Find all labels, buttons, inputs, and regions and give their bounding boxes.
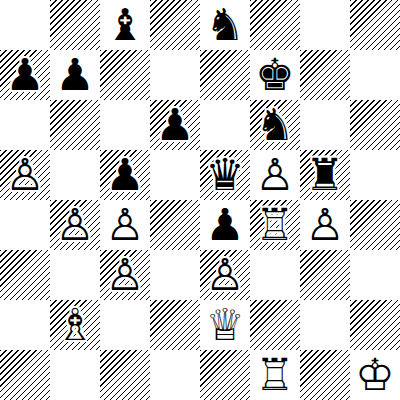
square-f3[interactable] [250, 250, 300, 300]
square-h3[interactable] [350, 250, 400, 300]
white-pawn-c4: ♙ [105, 200, 144, 250]
white-pawn-b4: ♙ [55, 200, 94, 250]
square-d6[interactable]: ♟ [150, 100, 200, 150]
square-e5[interactable]: ♛ [200, 150, 250, 200]
square-c8[interactable]: ♝ [100, 0, 150, 50]
black-pawn-c5: ♟ [105, 150, 144, 200]
square-b5[interactable] [50, 150, 100, 200]
square-e3[interactable]: ♙ [200, 250, 250, 300]
square-b8[interactable] [50, 0, 100, 50]
square-a3[interactable] [0, 250, 50, 300]
white-rook-f4: ♖ [255, 200, 294, 250]
square-d7[interactable] [150, 50, 200, 100]
square-b4[interactable]: ♙ [50, 200, 100, 250]
black-pawn-e4: ♟ [205, 200, 244, 250]
square-c6[interactable] [100, 100, 150, 150]
square-c3[interactable]: ♙ [100, 250, 150, 300]
white-pawn-c3: ♙ [105, 250, 144, 300]
square-a8[interactable] [0, 0, 50, 50]
black-king-f7: ♚ [255, 50, 294, 100]
square-f7[interactable]: ♚ [250, 50, 300, 100]
square-d2[interactable] [150, 300, 200, 350]
white-bishop-b2: ♗ [55, 300, 94, 350]
square-h5[interactable] [350, 150, 400, 200]
square-b7[interactable]: ♟ [50, 50, 100, 100]
black-pawn-d6: ♟ [155, 100, 194, 150]
square-e2[interactable]: ♕ [200, 300, 250, 350]
square-g4[interactable]: ♙ [300, 200, 350, 250]
square-h8[interactable] [350, 0, 400, 50]
square-a7[interactable]: ♟ [0, 50, 50, 100]
white-pawn-f5: ♙ [255, 150, 294, 200]
square-e1[interactable] [200, 350, 250, 400]
square-h6[interactable] [350, 100, 400, 150]
square-g8[interactable] [300, 0, 350, 50]
black-pawn-b7: ♟ [55, 50, 94, 100]
square-e7[interactable] [200, 50, 250, 100]
square-e8[interactable]: ♞ [200, 0, 250, 50]
white-pawn-e3: ♙ [205, 250, 244, 300]
square-c4[interactable]: ♙ [100, 200, 150, 250]
square-g3[interactable] [300, 250, 350, 300]
square-g2[interactable] [300, 300, 350, 350]
square-c5[interactable]: ♟ [100, 150, 150, 200]
black-bishop-c8: ♝ [105, 0, 144, 50]
square-c2[interactable] [100, 300, 150, 350]
square-d1[interactable] [150, 350, 200, 400]
square-f6[interactable]: ♞ [250, 100, 300, 150]
square-b3[interactable] [50, 250, 100, 300]
white-pawn-g4: ♙ [305, 200, 344, 250]
white-queen-e2: ♕ [205, 300, 244, 350]
square-g5[interactable]: ♜ [300, 150, 350, 200]
white-rook-f1: ♖ [255, 350, 294, 400]
white-king-h1: ♔ [355, 350, 394, 400]
square-b2[interactable]: ♗ [50, 300, 100, 350]
square-a6[interactable] [0, 100, 50, 150]
square-c1[interactable] [100, 350, 150, 400]
square-g6[interactable] [300, 100, 350, 150]
square-h2[interactable] [350, 300, 400, 350]
black-pawn-a7: ♟ [5, 50, 44, 100]
square-b1[interactable] [50, 350, 100, 400]
square-e6[interactable] [200, 100, 250, 150]
square-f5[interactable]: ♙ [250, 150, 300, 200]
square-g1[interactable] [300, 350, 350, 400]
white-pawn-a5: ♙ [5, 150, 44, 200]
square-f1[interactable]: ♖ [250, 350, 300, 400]
square-a4[interactable] [0, 200, 50, 250]
black-queen-e5: ♛ [205, 150, 244, 200]
square-d5[interactable] [150, 150, 200, 200]
square-d4[interactable] [150, 200, 200, 250]
square-e4[interactable]: ♟ [200, 200, 250, 250]
black-knight-e8: ♞ [205, 0, 244, 50]
square-f2[interactable] [250, 300, 300, 350]
square-h1[interactable]: ♔ [350, 350, 400, 400]
square-c7[interactable] [100, 50, 150, 100]
square-h4[interactable] [350, 200, 400, 250]
square-g7[interactable] [300, 50, 350, 100]
square-h7[interactable] [350, 50, 400, 100]
square-a2[interactable] [0, 300, 50, 350]
square-d8[interactable] [150, 0, 200, 50]
square-f4[interactable]: ♖ [250, 200, 300, 250]
chess-board: ♝♞♟♟♚♟♞♙♟♛♙♜♙♙♟♖♙♙♙♗♕♖♔ [0, 0, 400, 400]
square-f8[interactable] [250, 0, 300, 50]
square-a1[interactable] [0, 350, 50, 400]
square-d3[interactable] [150, 250, 200, 300]
square-a5[interactable]: ♙ [0, 150, 50, 200]
black-knight-f6: ♞ [255, 100, 294, 150]
black-rook-g5: ♜ [305, 150, 344, 200]
square-b6[interactable] [50, 100, 100, 150]
